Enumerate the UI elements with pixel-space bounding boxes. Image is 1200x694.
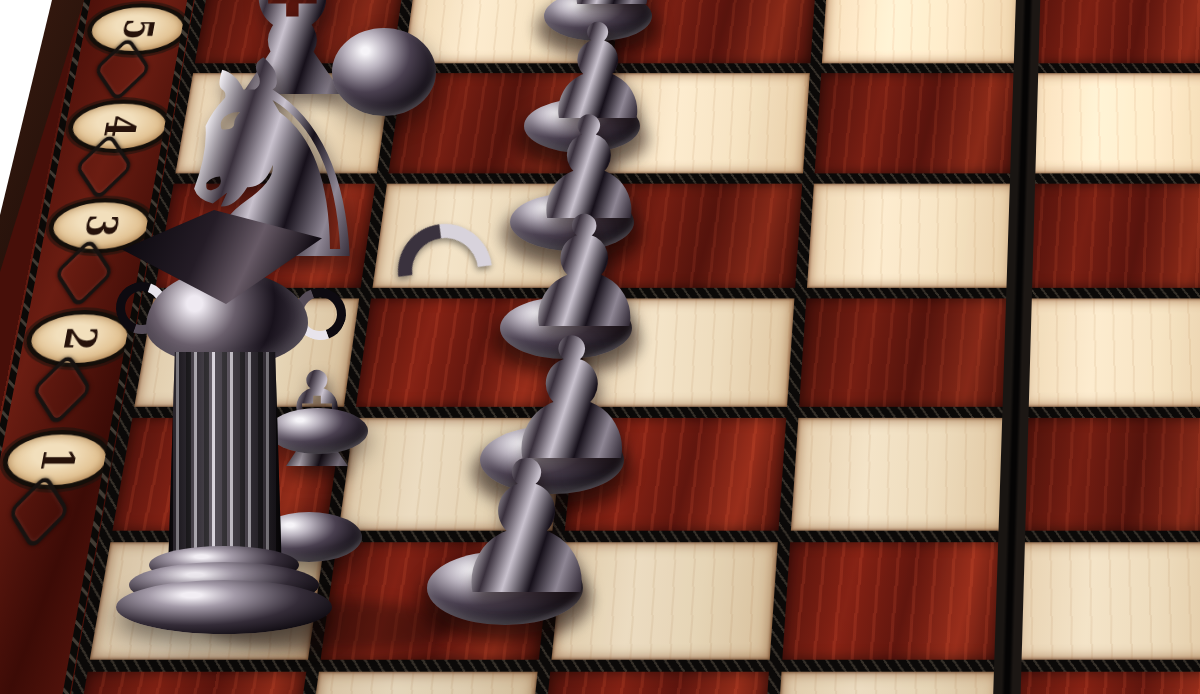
board-square[interactable] bbox=[1031, 0, 1200, 63]
border-label: 4 bbox=[97, 115, 142, 137]
border-label: 2 bbox=[56, 327, 103, 351]
board-square[interactable] bbox=[1021, 298, 1200, 406]
photo-stage: 54321 ♝ ♞ ♝ ♟♟♟♟♟♟ bbox=[0, 0, 1200, 694]
board-square[interactable] bbox=[66, 672, 306, 694]
border-label: 1 bbox=[33, 447, 81, 472]
board-square[interactable] bbox=[538, 672, 769, 694]
board-square[interactable] bbox=[791, 418, 1008, 531]
column-shaft bbox=[168, 352, 282, 574]
board-square[interactable] bbox=[1009, 672, 1200, 694]
board-square[interactable] bbox=[815, 73, 1020, 173]
board-square[interactable] bbox=[1024, 184, 1200, 288]
board-square[interactable] bbox=[1017, 418, 1200, 531]
board-square[interactable] bbox=[1013, 542, 1200, 660]
border-label-medallion: 1 bbox=[0, 430, 116, 490]
board-square[interactable] bbox=[782, 542, 1004, 660]
board-square[interactable] bbox=[1028, 73, 1200, 173]
board-square[interactable] bbox=[773, 672, 1000, 694]
board-square[interactable] bbox=[807, 184, 1016, 288]
white-pawn[interactable]: ♟ bbox=[444, 436, 609, 620]
board-square[interactable] bbox=[302, 672, 538, 694]
board-square[interactable] bbox=[822, 0, 1023, 63]
white-rook-column[interactable] bbox=[108, 210, 340, 634]
board-square[interactable] bbox=[799, 298, 1012, 406]
column-base-ring bbox=[116, 580, 332, 634]
